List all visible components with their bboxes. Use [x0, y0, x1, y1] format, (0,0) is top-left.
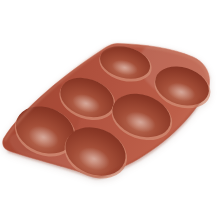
- mold-photo: [0, 0, 222, 222]
- product-photo: [0, 0, 222, 222]
